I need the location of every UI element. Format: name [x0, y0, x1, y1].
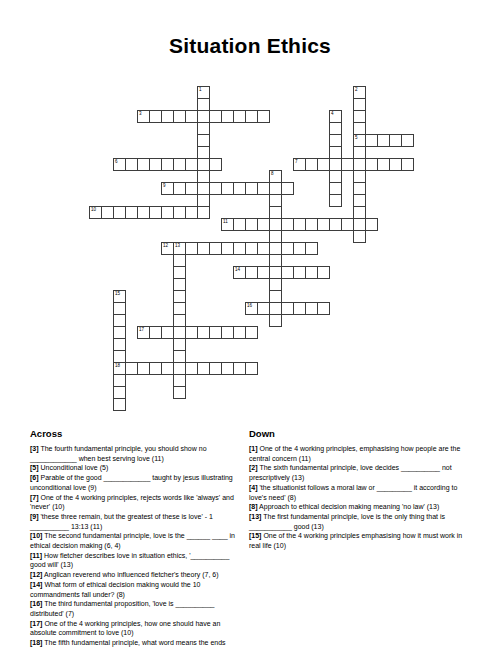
across-clue-list: [3] The fourth fundamental principle, yo… — [30, 444, 244, 647]
clue-number: 4 — [331, 111, 334, 116]
grid-cell[interactable] — [173, 386, 186, 399]
clue-across-11: [11] How fletcher describes love in situ… — [30, 551, 244, 570]
clue-down-1: [1] One of the 4 working principles, emp… — [249, 444, 475, 463]
clue-section: Across [3] The fourth fundamental princi… — [30, 428, 475, 647]
clue-number: 11 — [223, 219, 228, 224]
grid-cell[interactable] — [269, 314, 282, 327]
clue-across-16: [16] The third fundamental proposition, … — [30, 599, 244, 618]
clue-across-18: [18] The fifth fundamental principle, wh… — [30, 638, 244, 647]
clue-number-label: [12] — [30, 571, 42, 578]
grid-cell[interactable] — [281, 182, 294, 195]
clue-number: 13 — [175, 243, 180, 248]
page-title: Situation Ethics — [0, 34, 500, 58]
grid-cell[interactable] — [317, 266, 330, 279]
grid-cell[interactable] — [209, 158, 222, 171]
grid-cell[interactable] — [353, 230, 366, 243]
grid-cell[interactable] — [245, 326, 258, 339]
clue-number-label: [11] — [30, 552, 42, 559]
clue-number: 18 — [115, 363, 120, 368]
clue-number-label: [10] — [30, 532, 42, 539]
clue-across-17: [17] One of the 4 working principles, ho… — [30, 619, 244, 638]
grid-cell[interactable] — [305, 242, 318, 255]
grid-cell[interactable] — [113, 398, 126, 411]
clue-number-label: [16] — [30, 600, 42, 607]
grid-cell[interactable] — [257, 110, 270, 123]
clue-number: 5 — [355, 135, 358, 140]
crossword-grid: 123456789101112131415161718 — [89, 86, 413, 410]
down-clue-list: [1] One of the 4 working principles, emp… — [249, 444, 475, 551]
grid-cell[interactable] — [245, 362, 258, 375]
clue-number-label: [1] — [249, 445, 258, 452]
clue-down-8: [8] Approach to ethical decision making … — [249, 502, 475, 512]
down-header: Down — [249, 428, 475, 439]
clue-number-label: [9] — [30, 513, 39, 520]
clue-number-label: [8] — [249, 503, 258, 510]
clue-number: 15 — [115, 291, 120, 296]
crossword-page: Situation Ethics 12345678910111213141516… — [0, 0, 500, 647]
clue-number: 1 — [199, 87, 202, 92]
clue-down-13: [13] The first fundamental principle, lo… — [249, 512, 475, 531]
clue-number: 17 — [139, 327, 144, 332]
clue-down-15: [15] One of the 4 working principles emp… — [249, 531, 475, 550]
clue-number: 10 — [91, 207, 96, 212]
clue-across-12: [12] Anglican reverend who influenced fl… — [30, 570, 244, 580]
clue-number: 8 — [271, 171, 274, 176]
across-header: Across — [30, 428, 244, 439]
clue-down-2: [2] The sixth fundamental principle, lov… — [249, 463, 475, 482]
clue-across-9: [9] 'these three remain, but the greates… — [30, 512, 244, 531]
clue-number-label: [7] — [30, 494, 39, 501]
clue-number-label: [2] — [249, 464, 258, 471]
clue-number: 12 — [163, 243, 168, 248]
grid-cell[interactable] — [329, 194, 342, 207]
clue-across-5: [5] Unconditional love (5) — [30, 463, 244, 473]
clue-number-label: [3] — [30, 445, 39, 452]
clue-number: 3 — [139, 111, 142, 116]
clue-number: 2 — [355, 87, 358, 92]
grid-cell[interactable] — [365, 218, 378, 231]
clue-number-label: [14] — [30, 581, 42, 588]
clue-number-label: [18] — [30, 639, 42, 646]
grid-cell[interactable] — [317, 302, 330, 315]
down-clues: Down [1] One of the 4 working principles… — [249, 428, 475, 647]
across-clues: Across [3] The fourth fundamental princi… — [30, 428, 244, 647]
clue-number-label: [5] — [30, 464, 39, 471]
grid-cell[interactable] — [401, 134, 414, 147]
clue-down-4: [4] 'the situationist follows a moral la… — [249, 483, 475, 502]
clue-across-6: [6] Parable of the good ____________ tau… — [30, 473, 244, 492]
clue-across-10: [10] The second fundamental principle, l… — [30, 531, 244, 550]
clue-number-label: [4] — [249, 484, 258, 491]
grid-cell[interactable] — [401, 158, 414, 171]
clue-number-label: [17] — [30, 620, 42, 627]
clue-number: 9 — [163, 183, 166, 188]
clue-across-7: [7] One of the 4 working principles, rej… — [30, 493, 244, 512]
clue-number: 14 — [235, 267, 240, 272]
grid-cell[interactable] — [197, 206, 210, 219]
clue-number: 16 — [247, 303, 252, 308]
clue-number-label: [13] — [249, 513, 261, 520]
clue-number-label: [6] — [30, 474, 39, 481]
clue-across-14: [14] What form of ethical decision makin… — [30, 580, 244, 599]
clue-number: 7 — [295, 159, 298, 164]
clue-number: 6 — [115, 159, 118, 164]
clue-across-3: [3] The fourth fundamental principle, yo… — [30, 444, 244, 463]
clue-number-label: [15] — [249, 532, 261, 539]
